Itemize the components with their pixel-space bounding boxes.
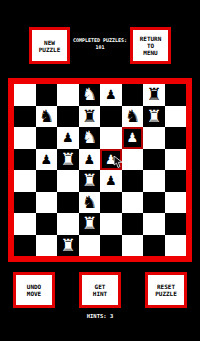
pawn-piece: ♟ [126,131,138,144]
square-r5c4[interactable]: ♜ [79,170,101,192]
square-r6c1[interactable] [14,192,36,214]
knight-piece: ♞ [125,108,140,125]
square-r3c2[interactable] [36,127,58,149]
square-r7c4[interactable]: ♜ [79,213,101,235]
chess-board: ♞♟♜♞♜♞♜♟♞♟♟♜♟♟♜♟♞♜♜ [8,78,192,262]
square-r4c8[interactable] [165,149,187,171]
rook-piece: ♜ [146,86,161,103]
square-r2c7[interactable]: ♜ [143,106,165,128]
square-r8c3[interactable]: ♜ [57,235,79,257]
rook-piece: ♜ [60,151,75,168]
square-r3c7[interactable] [143,127,165,149]
square-r1c5[interactable]: ♟ [100,84,122,106]
square-r2c5[interactable] [100,106,122,128]
square-r4c4[interactable]: ♟ [79,149,101,171]
pawn-piece: ♟ [62,131,74,144]
pawn-piece: ♟ [105,174,117,187]
pawn-piece: ♟ [105,88,117,101]
square-r1c1[interactable] [14,84,36,106]
square-r7c2[interactable] [36,213,58,235]
square-r2c2[interactable]: ♞ [36,106,58,128]
square-r6c3[interactable] [57,192,79,214]
square-r5c1[interactable] [14,170,36,192]
square-r2c8[interactable] [165,106,187,128]
square-r8c2[interactable] [36,235,58,257]
square-r7c1[interactable] [14,213,36,235]
square-r7c3[interactable] [57,213,79,235]
board-grid: ♞♟♜♞♜♞♜♟♞♟♟♜♟♟♜♟♞♜♜ [14,84,186,256]
square-r7c5[interactable] [100,213,122,235]
square-r2c1[interactable] [14,106,36,128]
square-r3c8[interactable] [165,127,187,149]
square-r1c4[interactable]: ♞ [79,84,101,106]
square-r8c5[interactable] [100,235,122,257]
square-r6c5[interactable] [100,192,122,214]
square-r6c8[interactable] [165,192,187,214]
square-r5c6[interactable] [122,170,144,192]
rook-piece: ♜ [82,108,97,125]
undo-move-button[interactable]: UNDO MOVE [13,272,55,308]
knight-piece: ♞ [82,86,97,103]
square-r3c5[interactable] [100,127,122,149]
square-r5c8[interactable] [165,170,187,192]
square-r5c2[interactable] [36,170,58,192]
square-r8c6[interactable] [122,235,144,257]
square-r6c2[interactable] [36,192,58,214]
square-r4c2[interactable]: ♟ [36,149,58,171]
square-r3c4[interactable]: ♞ [79,127,101,149]
get-hint-button[interactable]: GET HINT [79,272,121,308]
square-r2c4[interactable]: ♜ [79,106,101,128]
square-r6c6[interactable] [122,192,144,214]
square-r5c3[interactable] [57,170,79,192]
knight-piece: ♞ [82,129,97,146]
square-r1c6[interactable] [122,84,144,106]
square-r1c7[interactable]: ♜ [143,84,165,106]
square-r4c3[interactable]: ♜ [57,149,79,171]
cursor-icon [113,153,123,165]
knight-piece: ♞ [82,194,97,211]
square-r4c5[interactable]: ♟ [100,149,122,171]
square-r1c8[interactable] [165,84,187,106]
square-r4c6[interactable] [122,149,144,171]
square-r8c4[interactable] [79,235,101,257]
square-r4c7[interactable] [143,149,165,171]
square-r4c1[interactable] [14,149,36,171]
pawn-piece: ♟ [83,153,95,166]
reset-puzzle-button[interactable]: RESET PUZZLE [145,272,187,308]
puzzle-app-screen: NEW PUZZLE COMPLETED PUZZLES: 101 RETURN… [0,0,200,341]
rook-piece: ♜ [82,215,97,232]
square-r8c8[interactable] [165,235,187,257]
square-r3c6[interactable]: ♟ [122,127,144,149]
square-r5c5[interactable]: ♟ [100,170,122,192]
square-r6c4[interactable]: ♞ [79,192,101,214]
rook-piece: ♜ [60,237,75,254]
rook-piece: ♜ [146,108,161,125]
knight-piece: ♞ [39,108,54,125]
square-r1c2[interactable] [36,84,58,106]
square-r7c8[interactable] [165,213,187,235]
square-r8c7[interactable] [143,235,165,257]
pawn-piece: ♟ [40,153,52,166]
square-r8c1[interactable] [14,235,36,257]
square-r2c6[interactable]: ♞ [122,106,144,128]
return-to-menu-button[interactable]: RETURN TO MENU [130,27,171,64]
hints-count-label: HINTS: 3 [0,313,200,319]
square-r7c6[interactable] [122,213,144,235]
square-r1c3[interactable] [57,84,79,106]
square-r6c7[interactable] [143,192,165,214]
square-r3c3[interactable]: ♟ [57,127,79,149]
square-r5c7[interactable] [143,170,165,192]
square-r3c1[interactable] [14,127,36,149]
square-r2c3[interactable] [57,106,79,128]
square-r7c7[interactable] [143,213,165,235]
rook-piece: ♜ [82,172,97,189]
